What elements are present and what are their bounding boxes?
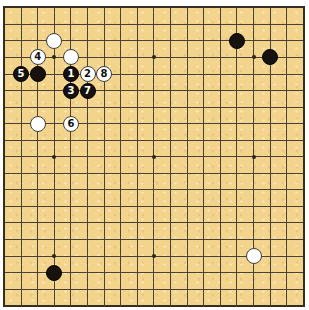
stone-white-move-2: 2 [80, 66, 96, 82]
stone-black [30, 66, 46, 82]
move-number: 8 [101, 69, 108, 79]
star-point [252, 155, 256, 159]
grid-line-horizontal [5, 189, 304, 190]
grid-line-horizontal [5, 90, 304, 91]
stone-black-move-5: 5 [13, 66, 29, 82]
grid-line-horizontal [5, 239, 304, 240]
stone-white [30, 116, 46, 132]
stone-black [46, 265, 62, 281]
star-point [152, 254, 156, 258]
grid-line-horizontal [5, 206, 304, 207]
move-number: 1 [67, 69, 74, 79]
move-number: 3 [67, 86, 74, 96]
grid-line-horizontal [5, 24, 304, 25]
grid-line-horizontal [5, 173, 304, 174]
move-number: 6 [67, 119, 74, 129]
grid-line-horizontal [5, 123, 304, 124]
stone-white [246, 248, 262, 264]
stone-white-move-8: 8 [96, 66, 112, 82]
grid-line-horizontal [5, 140, 304, 141]
stone-black-move-7: 7 [80, 83, 96, 99]
grid-line-horizontal [5, 74, 304, 75]
move-number: 4 [34, 52, 41, 62]
grid-line-horizontal [5, 107, 304, 108]
stone-white-move-6: 6 [63, 116, 79, 132]
move-number: 2 [84, 69, 91, 79]
stone-black-move-1: 1 [63, 66, 79, 82]
move-number: 5 [18, 69, 25, 79]
star-point [152, 155, 156, 159]
move-number: 7 [84, 86, 91, 96]
grid-line-horizontal [5, 222, 304, 223]
stone-black-move-3: 3 [63, 83, 79, 99]
grid-line-horizontal [5, 289, 304, 290]
stone-black [229, 33, 245, 49]
kifu-page: 45128376 [0, 0, 309, 310]
